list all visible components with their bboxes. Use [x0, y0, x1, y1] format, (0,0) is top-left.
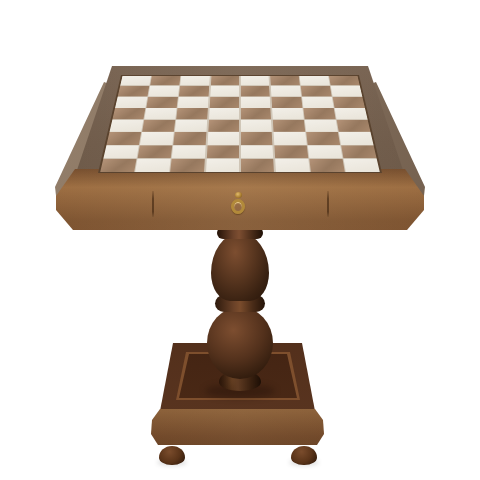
square-a2 — [103, 145, 138, 158]
square-c8 — [180, 76, 209, 86]
square-e6 — [241, 97, 271, 108]
square-f5 — [272, 108, 303, 119]
pedestal-bulb — [207, 307, 273, 379]
square-g1 — [309, 159, 344, 172]
square-g7 — [301, 86, 332, 96]
square-h7 — [331, 86, 362, 96]
square-a1 — [100, 159, 136, 172]
square-d1 — [206, 159, 240, 172]
square-g8 — [300, 76, 330, 86]
square-c6 — [178, 97, 209, 108]
square-f1 — [275, 159, 309, 172]
square-b3 — [140, 132, 174, 144]
square-g3 — [306, 132, 340, 144]
drawer-ring-pull-icon — [231, 199, 245, 214]
square-h3 — [339, 132, 373, 144]
square-b8 — [150, 76, 180, 86]
square-g5 — [304, 108, 336, 119]
square-h5 — [335, 108, 368, 119]
bun-foot-left — [159, 446, 185, 465]
pedestal-vase — [211, 233, 269, 301]
square-d7 — [210, 86, 239, 96]
square-b2 — [138, 145, 172, 158]
square-f2 — [274, 145, 308, 158]
square-a8 — [120, 76, 151, 86]
square-e1 — [241, 159, 275, 172]
square-a7 — [118, 86, 149, 96]
square-f7 — [271, 86, 301, 96]
square-h6 — [333, 97, 365, 108]
chessboard-perspective — [98, 75, 382, 173]
square-f4 — [273, 120, 305, 132]
square-b4 — [142, 120, 175, 132]
square-e4 — [241, 120, 272, 132]
square-d6 — [209, 97, 239, 108]
square-d8 — [211, 76, 240, 86]
square-f6 — [271, 97, 302, 108]
drawer-seam-right — [327, 191, 329, 217]
square-h2 — [341, 145, 376, 158]
square-e8 — [241, 76, 270, 86]
square-d3 — [207, 132, 239, 144]
square-b7 — [148, 86, 179, 96]
square-f8 — [270, 76, 299, 86]
square-b6 — [147, 97, 178, 108]
square-f3 — [274, 132, 307, 144]
square-c1 — [170, 159, 204, 172]
square-b5 — [144, 108, 176, 119]
square-a6 — [115, 97, 147, 108]
square-e7 — [241, 86, 270, 96]
square-h4 — [337, 120, 370, 132]
square-b1 — [135, 159, 170, 172]
square-e3 — [241, 132, 273, 144]
square-e5 — [241, 108, 272, 119]
square-a5 — [112, 108, 145, 119]
square-g2 — [308, 145, 342, 158]
chessboard — [98, 75, 382, 173]
square-d5 — [209, 108, 240, 119]
square-c7 — [179, 86, 209, 96]
drawer-seam-left — [152, 191, 154, 217]
square-g4 — [305, 120, 338, 132]
bun-foot-right — [291, 446, 317, 465]
square-c4 — [175, 120, 207, 132]
square-d4 — [208, 120, 239, 132]
square-h1 — [344, 159, 380, 172]
square-a4 — [110, 120, 143, 132]
square-c5 — [177, 108, 208, 119]
square-e2 — [241, 145, 274, 158]
square-d2 — [206, 145, 239, 158]
square-a3 — [107, 132, 141, 144]
square-c3 — [174, 132, 207, 144]
square-g6 — [302, 97, 333, 108]
drawer-pull-mount — [235, 192, 242, 198]
square-h8 — [329, 76, 360, 86]
square-c2 — [172, 145, 206, 158]
chess-table-photo: Empty walnut chess table: inlaid 8x8 whi… — [0, 0, 480, 480]
